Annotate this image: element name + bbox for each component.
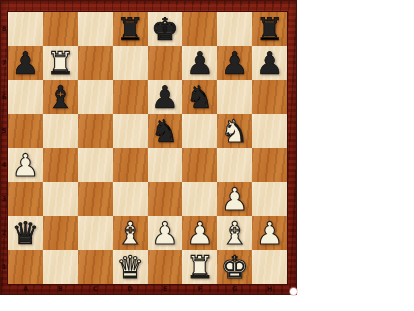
square-h1[interactable] — [252, 250, 287, 284]
square-e7[interactable] — [148, 46, 183, 80]
rank-labels: 87654321 — [0, 12, 8, 284]
square-g8[interactable] — [217, 12, 252, 46]
piece-white-rook-f1[interactable]: ♜ — [186, 252, 214, 283]
square-d6[interactable] — [113, 80, 148, 114]
square-g6[interactable] — [217, 80, 252, 114]
square-f8[interactable] — [182, 12, 217, 46]
square-b6[interactable]: ♝ — [43, 80, 78, 114]
piece-black-knight-e5[interactable]: ♞ — [151, 116, 179, 147]
square-b1[interactable] — [43, 250, 78, 284]
piece-white-queen-d1[interactable]: ♛ — [116, 252, 144, 283]
square-d4[interactable] — [113, 148, 148, 182]
chess-board: ♜♚♜♟♜♟♟♟♝♟♞♞♞♟♟♛♝♟♟♝♟♛♜♚ 87654321 ABCDEF… — [0, 0, 297, 295]
square-a7[interactable]: ♟ — [8, 46, 43, 80]
square-e5[interactable]: ♞ — [148, 114, 183, 148]
square-e2[interactable]: ♟ — [148, 216, 183, 250]
square-c1[interactable] — [78, 250, 113, 284]
square-b5[interactable] — [43, 114, 78, 148]
square-c5[interactable] — [78, 114, 113, 148]
rank-label-5: 5 — [0, 114, 8, 148]
piece-white-knight-g5[interactable]: ♞ — [221, 116, 249, 147]
square-e6[interactable]: ♟ — [148, 80, 183, 114]
file-label-d: D — [113, 284, 148, 295]
file-label-e: E — [148, 284, 183, 295]
square-c7[interactable] — [78, 46, 113, 80]
square-f3[interactable] — [182, 182, 217, 216]
square-a1[interactable] — [8, 250, 43, 284]
square-a2[interactable]: ♛ — [8, 216, 43, 250]
piece-white-rook-b7[interactable]: ♜ — [46, 48, 74, 79]
square-g7[interactable]: ♟ — [217, 46, 252, 80]
rank-label-1: 1 — [0, 250, 8, 284]
square-h7[interactable]: ♟ — [252, 46, 287, 80]
rank-label-2: 2 — [0, 216, 8, 250]
rank-label-8: 8 — [0, 12, 8, 46]
piece-white-pawn-h2[interactable]: ♟ — [256, 218, 284, 249]
square-e1[interactable] — [148, 250, 183, 284]
square-d3[interactable] — [113, 182, 148, 216]
square-b8[interactable] — [43, 12, 78, 46]
piece-black-pawn-a7[interactable]: ♟ — [12, 48, 40, 79]
piece-black-pawn-g7[interactable]: ♟ — [221, 48, 249, 79]
square-a6[interactable] — [8, 80, 43, 114]
square-b4[interactable] — [43, 148, 78, 182]
piece-white-pawn-f2[interactable]: ♟ — [186, 218, 214, 249]
square-h6[interactable] — [252, 80, 287, 114]
rank-label-4: 4 — [0, 148, 8, 182]
square-c2[interactable] — [78, 216, 113, 250]
file-label-a: A — [8, 284, 43, 295]
square-f6[interactable]: ♞ — [182, 80, 217, 114]
file-label-f: F — [182, 284, 217, 295]
square-c3[interactable] — [78, 182, 113, 216]
square-b7[interactable]: ♜ — [43, 46, 78, 80]
piece-black-pawn-f7[interactable]: ♟ — [186, 48, 214, 79]
piece-white-bishop-d2[interactable]: ♝ — [116, 218, 144, 249]
piece-white-king-g1[interactable]: ♚ — [221, 252, 249, 283]
piece-black-pawn-h7[interactable]: ♟ — [256, 48, 284, 79]
square-b3[interactable] — [43, 182, 78, 216]
square-e3[interactable] — [148, 182, 183, 216]
square-h5[interactable] — [252, 114, 287, 148]
square-e8[interactable]: ♚ — [148, 12, 183, 46]
rank-label-6: 6 — [0, 80, 8, 114]
rank-label-3: 3 — [0, 182, 8, 216]
piece-white-pawn-e2[interactable]: ♟ — [151, 218, 179, 249]
square-g3[interactable]: ♟ — [217, 182, 252, 216]
square-c6[interactable] — [78, 80, 113, 114]
square-g4[interactable] — [217, 148, 252, 182]
file-labels: ABCDEFGH — [8, 284, 287, 295]
square-h2[interactable]: ♟ — [252, 216, 287, 250]
piece-black-knight-f6[interactable]: ♞ — [186, 82, 214, 113]
file-label-b: B — [43, 284, 78, 295]
piece-white-bishop-g2[interactable]: ♝ — [221, 218, 249, 249]
square-c4[interactable] — [78, 148, 113, 182]
file-label-g: G — [217, 284, 252, 295]
square-f7[interactable]: ♟ — [182, 46, 217, 80]
square-h3[interactable] — [252, 182, 287, 216]
square-d8[interactable]: ♜ — [113, 12, 148, 46]
piece-black-queen-a2[interactable]: ♛ — [12, 218, 40, 249]
square-a3[interactable] — [8, 182, 43, 216]
square-g2[interactable]: ♝ — [217, 216, 252, 250]
file-label-c: C — [78, 284, 113, 295]
square-e4[interactable] — [148, 148, 183, 182]
piece-black-rook-h8[interactable]: ♜ — [256, 14, 284, 45]
white-to-move-indicator — [290, 288, 297, 295]
square-b2[interactable] — [43, 216, 78, 250]
piece-black-king-e8[interactable]: ♚ — [151, 14, 179, 45]
piece-black-bishop-b6[interactable]: ♝ — [46, 82, 74, 113]
square-f1[interactable]: ♜ — [182, 250, 217, 284]
piece-black-pawn-e6[interactable]: ♟ — [151, 82, 179, 113]
piece-black-rook-d8[interactable]: ♜ — [116, 14, 144, 45]
square-a5[interactable] — [8, 114, 43, 148]
square-f4[interactable] — [182, 148, 217, 182]
square-d1[interactable]: ♛ — [113, 250, 148, 284]
page-background: ♜♚♜♟♜♟♟♟♝♟♞♞♞♟♟♛♝♟♟♝♟♛♜♚ 87654321 ABCDEF… — [0, 0, 414, 311]
piece-white-pawn-a4[interactable]: ♟ — [12, 150, 40, 181]
square-d7[interactable] — [113, 46, 148, 80]
square-h8[interactable]: ♜ — [252, 12, 287, 46]
square-g1[interactable]: ♚ — [217, 250, 252, 284]
rank-label-7: 7 — [0, 46, 8, 80]
square-f2[interactable]: ♟ — [182, 216, 217, 250]
piece-white-pawn-g3[interactable]: ♟ — [221, 184, 249, 215]
file-label-h: H — [252, 284, 287, 295]
square-f5[interactable] — [182, 114, 217, 148]
board-grid: ♜♚♜♟♜♟♟♟♝♟♞♞♞♟♟♛♝♟♟♝♟♛♜♚ — [8, 12, 287, 284]
square-a8[interactable] — [8, 12, 43, 46]
square-d2[interactable]: ♝ — [113, 216, 148, 250]
square-a4[interactable]: ♟ — [8, 148, 43, 182]
square-d5[interactable] — [113, 114, 148, 148]
square-g5[interactable]: ♞ — [217, 114, 252, 148]
square-h4[interactable] — [252, 148, 287, 182]
square-c8[interactable] — [78, 12, 113, 46]
